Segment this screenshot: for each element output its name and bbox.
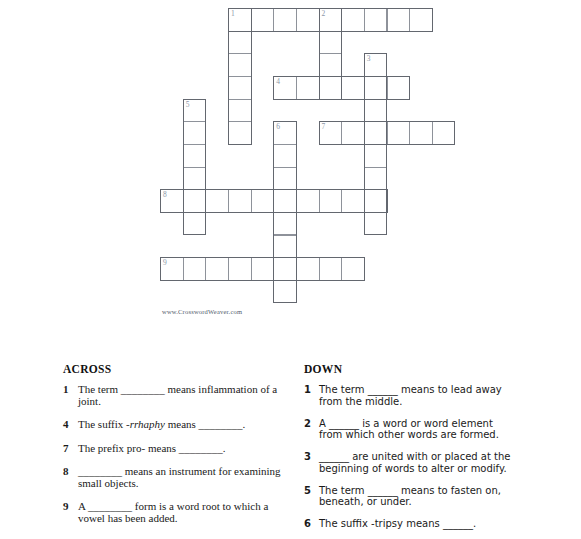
across-clue-1: 1The term ________ means inflammation of… (63, 384, 301, 407)
cell-r8c5[interactable] (273, 189, 297, 213)
clue-number: 9 (63, 501, 78, 513)
cell-r0c8[interactable] (341, 8, 365, 32)
cell-r0c10[interactable] (387, 8, 411, 32)
cell-r6c5[interactable] (273, 144, 297, 168)
across-header: ACROSS (63, 363, 301, 375)
cell-r0c3[interactable]: 1 (228, 8, 252, 32)
cell-number: 7 (322, 122, 326, 131)
cell-r8c6[interactable] (296, 189, 320, 213)
cell-r4c3[interactable] (228, 99, 252, 123)
crossword-board: 123456789 (160, 8, 456, 304)
clue-number: 7 (63, 443, 78, 455)
cell-r3c7[interactable] (319, 76, 343, 100)
cell-number: 3 (367, 54, 371, 63)
cell-r6c1[interactable] (183, 144, 207, 168)
down-clues-section: DOWN 1The term ______ means to lead away… (304, 363, 556, 539)
clue-text: The term ______ means to lead awayfrom t… (319, 384, 502, 407)
cell-number: 6 (276, 122, 280, 131)
cell-r5c11[interactable] (409, 121, 433, 145)
down-clue-5: 5The term ______ means to fasten on,bene… (304, 485, 556, 508)
cell-r4c9[interactable] (364, 99, 388, 123)
cell-r7c5[interactable] (273, 167, 297, 191)
cell-r0c11[interactable] (409, 8, 433, 32)
cell-r3c10[interactable] (387, 76, 411, 100)
clue-text: ______ are united with or placed at theb… (319, 451, 510, 474)
clue-number: 1 (63, 384, 78, 396)
across-clue-8: 8________ means an instrument for examin… (63, 466, 301, 489)
cell-r9c1[interactable] (183, 212, 207, 236)
cell-r11c8[interactable] (341, 257, 365, 281)
cell-r11c5[interactable] (273, 257, 297, 281)
across-clues-section: ACROSS 1The term ________ means inflamma… (63, 363, 301, 536)
clue-number: 2 (304, 418, 319, 430)
cell-r5c3[interactable] (228, 121, 252, 145)
cell-r11c4[interactable] (251, 257, 275, 281)
cell-r8c7[interactable] (319, 189, 343, 213)
down-clue-2: 2A ______ is a word or word elementfrom … (304, 418, 556, 441)
cell-r11c3[interactable] (228, 257, 252, 281)
cell-r3c9[interactable] (364, 76, 388, 100)
cell-r8c1[interactable] (183, 189, 207, 213)
clue-text: A ______ is a word or word elementfrom w… (319, 418, 499, 441)
cell-r11c2[interactable] (205, 257, 229, 281)
cell-r0c9[interactable] (364, 8, 388, 32)
cell-r8c0[interactable]: 8 (160, 189, 184, 213)
clue-number: 5 (304, 485, 319, 497)
cell-r0c4[interactable] (251, 8, 275, 32)
cell-r5c7[interactable]: 7 (319, 121, 343, 145)
cell-r5c5[interactable]: 6 (273, 121, 297, 145)
cell-r1c3[interactable] (228, 31, 252, 55)
clue-text: The term ______ means to fasten on,benea… (319, 485, 501, 508)
cell-r3c6[interactable] (296, 76, 320, 100)
cell-r2c9[interactable]: 3 (364, 53, 388, 77)
cell-r5c8[interactable] (341, 121, 365, 145)
clue-text: A ________ form is a word root to which … (78, 501, 268, 524)
cell-r5c9[interactable] (364, 121, 388, 145)
cell-r12c5[interactable] (273, 280, 297, 304)
cell-r5c10[interactable] (387, 121, 411, 145)
clue-number: 3 (304, 451, 319, 463)
cell-number: 1 (231, 9, 235, 18)
cell-r11c7[interactable] (319, 257, 343, 281)
cell-r3c8[interactable] (341, 76, 365, 100)
cell-number: 9 (163, 258, 167, 267)
down-clue-1: 1The term ______ means to lead awayfrom … (304, 384, 556, 407)
cell-r8c8[interactable] (341, 189, 365, 213)
cell-r3c5[interactable]: 4 (273, 76, 297, 100)
cell-r5c1[interactable] (183, 121, 207, 145)
cell-r0c7[interactable]: 2 (319, 8, 343, 32)
down-clue-6: 6The suffix -tripsy means ______. (304, 518, 556, 530)
cell-r2c3[interactable] (228, 53, 252, 77)
clue-number: 4 (63, 419, 78, 431)
cell-r1c7[interactable] (319, 31, 343, 55)
cell-r8c9[interactable] (364, 189, 388, 213)
clue-number: 8 (63, 466, 78, 478)
cell-r7c9[interactable] (364, 167, 388, 191)
cell-r8c3[interactable] (228, 189, 252, 213)
cell-r9c9[interactable] (364, 212, 388, 236)
cell-r9c5[interactable] (273, 212, 297, 236)
cell-r2c7[interactable] (319, 53, 343, 77)
cell-r3c3[interactable] (228, 76, 252, 100)
cell-r0c5[interactable] (273, 8, 297, 32)
clue-text: ________ means an instrument for examini… (78, 466, 281, 489)
across-clue-4: 4The suffix -rrhaphy means ________. (63, 419, 301, 431)
clue-text: The term ________ means inflammation of … (78, 384, 277, 407)
cell-r11c6[interactable] (296, 257, 320, 281)
clue-text: The suffix -rrhaphy means ________. (78, 419, 245, 431)
cell-number: 8 (163, 190, 167, 199)
cell-r10c5[interactable] (273, 235, 297, 259)
cell-r4c1[interactable]: 5 (183, 99, 207, 123)
cell-number: 4 (276, 77, 280, 86)
across-clue-list: 1The term ________ means inflammation of… (63, 384, 301, 524)
cell-r5c12[interactable] (432, 121, 456, 145)
across-clue-9: 9A ________ form is a word root to which… (63, 501, 301, 524)
cell-r8c2[interactable] (205, 189, 229, 213)
crossword-weaver-credit: www.CrosswordWeaver.com (162, 308, 242, 315)
down-clue-list: 1The term ______ means to lead awayfrom … (304, 384, 556, 530)
clue-number: 1 (304, 384, 319, 396)
across-clue-7: 7The prefix pro- means ________. (63, 443, 301, 455)
cell-r11c1[interactable] (183, 257, 207, 281)
cell-r0c6[interactable] (296, 8, 320, 32)
down-header: DOWN (304, 363, 556, 375)
clue-text: The suffix -tripsy means ______. (319, 518, 476, 530)
cell-r8c4[interactable] (251, 189, 275, 213)
cell-r6c9[interactable] (364, 144, 388, 168)
cell-number: 5 (186, 100, 190, 109)
cell-r11c0[interactable]: 9 (160, 257, 184, 281)
down-clue-3: 3______ are united with or placed at the… (304, 451, 556, 474)
cell-number: 2 (322, 9, 326, 18)
clue-text: The prefix pro- means ________. (78, 443, 226, 455)
cell-r7c1[interactable] (183, 167, 207, 191)
clue-number: 6 (304, 518, 319, 530)
